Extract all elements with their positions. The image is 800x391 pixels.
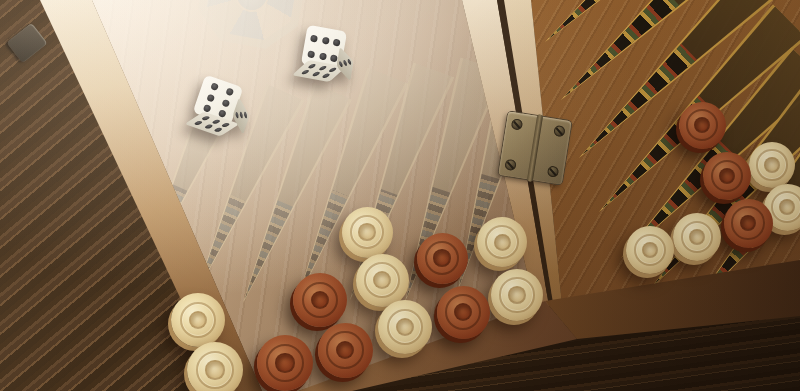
die-pip <box>243 111 247 119</box>
checker-dark[interactable] <box>437 286 490 339</box>
die-pip <box>307 64 317 69</box>
die-pip <box>300 70 310 75</box>
die-pip <box>221 98 230 107</box>
checker-light[interactable] <box>626 226 674 274</box>
checker-dark[interactable] <box>679 102 726 149</box>
die-pip <box>203 124 213 129</box>
die-pip <box>210 82 219 91</box>
checker-light[interactable] <box>171 293 225 347</box>
die-pip <box>213 127 223 132</box>
die-pip <box>319 52 327 60</box>
die-side-face <box>336 47 353 82</box>
checker-light[interactable] <box>342 207 393 258</box>
checker-light[interactable] <box>749 142 795 188</box>
die-pip <box>310 34 318 42</box>
die-pip <box>235 111 239 119</box>
die-pip <box>202 104 211 113</box>
die-pip <box>318 65 328 70</box>
die-pip <box>225 88 234 97</box>
checker-light[interactable] <box>356 254 409 307</box>
checker-light[interactable] <box>477 217 527 267</box>
checker-dark[interactable] <box>318 323 373 378</box>
die-pip <box>347 58 351 66</box>
die-pip <box>308 50 316 58</box>
checker-light[interactable] <box>673 213 721 261</box>
die-pip <box>339 61 343 69</box>
die-pip <box>211 119 221 124</box>
checker-dark[interactable] <box>293 273 347 327</box>
die-left-showing-six[interactable] <box>190 78 252 148</box>
checker-dark[interactable] <box>257 335 313 391</box>
die-pip <box>201 115 211 120</box>
die-pip <box>321 73 331 78</box>
die-pip <box>193 120 203 125</box>
die-pip <box>343 60 347 68</box>
checker-light[interactable] <box>491 269 543 321</box>
backgammon-scene <box>0 0 800 391</box>
checker-light[interactable] <box>187 342 243 391</box>
die-pip <box>239 111 243 119</box>
checker-dark[interactable] <box>417 233 468 284</box>
die-pip <box>206 93 215 102</box>
die-pip <box>311 71 321 76</box>
checker-dark[interactable] <box>703 152 751 200</box>
checker-light[interactable] <box>378 300 432 354</box>
die-pip <box>321 36 329 44</box>
checker-dark[interactable] <box>724 199 773 248</box>
die-pip <box>221 122 231 127</box>
die-pip <box>328 67 338 72</box>
checkers-layer <box>0 0 800 391</box>
die-right-showing-six[interactable] <box>296 26 358 96</box>
die-pip <box>332 38 340 46</box>
